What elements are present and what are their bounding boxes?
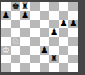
piece-black-king[interactable]: ♚ <box>11 2 19 10</box>
piece-black-pawn[interactable]: ♟ <box>40 46 48 54</box>
square-b7[interactable] <box>11 11 21 20</box>
square-a2[interactable] <box>1 55 11 64</box>
square-a6[interactable] <box>1 20 11 29</box>
square-h7[interactable] <box>68 11 78 20</box>
square-g4[interactable] <box>59 37 69 46</box>
square-h8[interactable] <box>68 2 78 11</box>
square-f7[interactable] <box>49 11 59 20</box>
square-b4[interactable]: ♘ <box>11 37 21 46</box>
square-h6[interactable]: ♟ <box>68 20 78 29</box>
square-g3[interactable] <box>59 46 69 55</box>
square-c4[interactable] <box>20 37 30 46</box>
piece-white-knight[interactable]: ♘ <box>11 37 19 45</box>
square-d8[interactable] <box>30 2 40 11</box>
square-c8[interactable]: ♜ <box>20 2 30 11</box>
square-c6[interactable]: ♙ <box>20 20 30 29</box>
square-d5[interactable] <box>30 28 40 37</box>
square-a1[interactable] <box>1 63 11 72</box>
square-d4[interactable] <box>30 37 40 46</box>
piece-white-pawn[interactable]: ♙ <box>21 20 29 28</box>
piece-white-pawn[interactable]: ♙ <box>69 46 77 54</box>
square-f5[interactable]: ♟ <box>49 28 59 37</box>
square-e6[interactable] <box>40 20 50 29</box>
square-b2[interactable] <box>11 55 21 64</box>
chess-board: ♚♜♟♟♖♙♟♟♟♘♔♙♟♙♙♜ <box>1 2 78 72</box>
piece-black-pawn[interactable]: ♟ <box>69 20 77 28</box>
square-c3[interactable] <box>20 46 30 55</box>
square-a8[interactable] <box>1 2 11 11</box>
square-d3[interactable] <box>30 46 40 55</box>
square-a5[interactable] <box>1 28 11 37</box>
square-g7[interactable] <box>59 11 69 20</box>
square-f2[interactable]: ♜ <box>49 55 59 64</box>
piece-black-rook[interactable]: ♜ <box>50 55 58 63</box>
piece-white-rook[interactable]: ♖ <box>31 11 39 19</box>
piece-white-pawn[interactable]: ♙ <box>21 55 29 63</box>
piece-black-rook[interactable]: ♜ <box>21 2 29 10</box>
square-g8[interactable] <box>59 2 69 11</box>
square-e5[interactable] <box>40 28 50 37</box>
square-a7[interactable]: ♟ <box>1 11 11 20</box>
square-b5[interactable] <box>11 28 21 37</box>
square-f1[interactable] <box>49 63 59 72</box>
square-a4[interactable] <box>1 37 11 46</box>
square-a3[interactable]: ♔ <box>1 46 11 55</box>
square-f4[interactable] <box>49 37 59 46</box>
square-e8[interactable] <box>40 2 50 11</box>
square-e1[interactable] <box>40 63 50 72</box>
square-c2[interactable]: ♙ <box>20 55 30 64</box>
square-g2[interactable] <box>59 55 69 64</box>
square-f3[interactable] <box>49 46 59 55</box>
square-f6[interactable] <box>49 20 59 29</box>
square-h2[interactable] <box>68 55 78 64</box>
square-b6[interactable] <box>11 20 21 29</box>
piece-black-pawn[interactable]: ♟ <box>2 11 10 19</box>
square-e4[interactable] <box>40 37 50 46</box>
square-c1[interactable] <box>20 63 30 72</box>
square-d7[interactable]: ♖ <box>30 11 40 20</box>
square-b1[interactable] <box>11 63 21 72</box>
square-h3[interactable]: ♙ <box>68 46 78 55</box>
square-d6[interactable] <box>30 20 40 29</box>
square-b3[interactable]: ♙ <box>11 46 21 55</box>
square-h5[interactable] <box>68 28 78 37</box>
square-e3[interactable]: ♟ <box>40 46 50 55</box>
square-d1[interactable] <box>30 63 40 72</box>
square-g6[interactable]: ♟ <box>59 20 69 29</box>
piece-black-pawn[interactable]: ♟ <box>50 28 58 36</box>
piece-black-pawn[interactable]: ♟ <box>21 11 29 19</box>
square-b8[interactable]: ♚ <box>11 2 21 11</box>
chess-diagram: ♚♜♟♟♖♙♟♟♟♘♔♙♟♙♙♜ <box>0 0 85 75</box>
square-f8[interactable] <box>49 2 59 11</box>
square-g5[interactable] <box>59 28 69 37</box>
square-h1[interactable] <box>68 63 78 72</box>
square-c7[interactable]: ♟ <box>20 11 30 20</box>
piece-white-king[interactable]: ♔ <box>2 46 10 54</box>
square-g1[interactable] <box>59 63 69 72</box>
square-d2[interactable] <box>30 55 40 64</box>
piece-white-pawn[interactable]: ♙ <box>11 46 19 54</box>
square-e7[interactable] <box>40 11 50 20</box>
square-h4[interactable] <box>68 37 78 46</box>
square-c5[interactable] <box>20 28 30 37</box>
piece-black-pawn[interactable]: ♟ <box>60 20 68 28</box>
square-e2[interactable] <box>40 55 50 64</box>
